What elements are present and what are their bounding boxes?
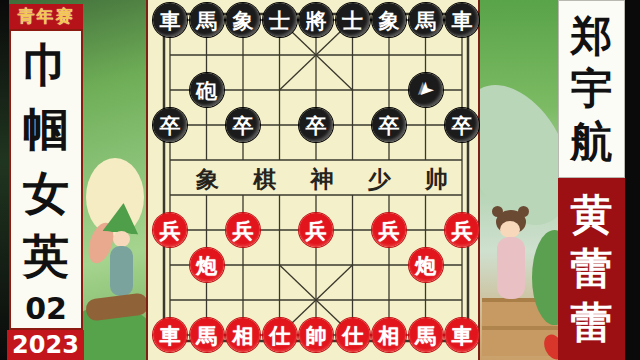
player-name-char: 郑 <box>571 13 613 59</box>
title-char: 巾 <box>23 37 69 93</box>
piece-glyph: 仕 <box>269 325 290 346</box>
piece-glyph: 馬 <box>415 10 436 31</box>
river-char: 棋 <box>253 164 276 195</box>
cartoon-girl-right-body <box>497 237 525 299</box>
piece-black-soldier: 卒 <box>226 108 260 142</box>
left-edge-bar <box>0 0 9 360</box>
piece-glyph: 砲 <box>196 80 217 101</box>
piece-black-cannon: 砲 <box>190 73 224 107</box>
piece-glyph: ➤ <box>413 78 438 103</box>
piece-black-cannon-cursor: ➤ <box>409 73 443 107</box>
piece-red-soldier: 兵 <box>153 213 187 247</box>
cartoon-girl-right-face <box>500 221 520 238</box>
river-char: 神 <box>311 164 334 195</box>
piece-glyph: 士 <box>342 10 363 31</box>
piece-black-horse: 馬 <box>409 3 443 37</box>
player-name-char: 宇 <box>571 66 613 112</box>
piece-red-general: 帥 <box>299 318 333 352</box>
tournament-banner-label: 青年赛 <box>18 5 75 28</box>
piece-red-advisor: 仕 <box>263 318 297 352</box>
piece-glyph: 象 <box>379 10 400 31</box>
piece-glyph: 兵 <box>160 220 181 241</box>
piece-black-chariot: 車 <box>153 3 187 37</box>
piece-glyph: 兵 <box>233 220 254 241</box>
piece-black-soldier: 卒 <box>153 108 187 142</box>
piece-glyph: 卒 <box>452 115 473 136</box>
piece-glyph: 仕 <box>342 325 363 346</box>
piece-glyph: 炮 <box>415 255 436 276</box>
player-name-char: 航 <box>571 119 613 165</box>
piece-black-advisor: 士 <box>263 3 297 37</box>
right-edge-bar <box>625 0 640 360</box>
cartoon-girl-left-face <box>113 231 130 247</box>
episode-number: 02 <box>25 292 67 326</box>
piece-black-elephant: 象 <box>226 3 260 37</box>
piece-black-elephant: 象 <box>372 3 406 37</box>
player-name-top-strip: 郑 宇 航 <box>558 0 625 178</box>
piece-glyph: 將 <box>306 10 327 31</box>
piece-red-chariot: 車 <box>153 318 187 352</box>
piece-glyph: 象 <box>233 10 254 31</box>
piece-black-general: 將 <box>299 3 333 37</box>
piece-red-elephant: 相 <box>372 318 406 352</box>
piece-red-soldier: 兵 <box>299 213 333 247</box>
piece-glyph: 馬 <box>415 325 436 346</box>
cartoon-girl-left-body <box>110 246 133 296</box>
piece-glyph: 士 <box>269 10 290 31</box>
piece-red-cannon: 炮 <box>190 248 224 282</box>
title-char: 帼 <box>23 101 69 157</box>
player-name-char: 蕾 <box>571 300 613 346</box>
piece-black-chariot: 車 <box>445 3 479 37</box>
left-title-strip: 巾 帼 女 英 02 <box>9 29 83 330</box>
piece-glyph: 兵 <box>452 220 473 241</box>
title-char: 女 <box>23 165 69 221</box>
piece-glyph: 炮 <box>196 255 217 276</box>
river-char: 少 <box>368 164 391 195</box>
piece-glyph: 卒 <box>233 115 254 136</box>
piece-red-horse: 馬 <box>190 318 224 352</box>
piece-red-soldier: 兵 <box>226 213 260 247</box>
river-char: 帅 <box>425 164 448 195</box>
thumbnail-stage: 青年赛 巾 帼 女 英 02 2023 象 棋 神 少 帅 <box>0 0 640 360</box>
piece-red-horse: 馬 <box>409 318 443 352</box>
piece-glyph: 卒 <box>160 115 181 136</box>
player-name-bottom-strip: 黄 蕾 蕾 <box>558 178 625 360</box>
piece-glyph: 兵 <box>379 220 400 241</box>
piece-glyph: 馬 <box>196 325 217 346</box>
piece-glyph: 馬 <box>196 10 217 31</box>
piece-black-soldier: 卒 <box>299 108 333 142</box>
year-label: 2023 <box>12 331 79 359</box>
piece-red-soldier: 兵 <box>372 213 406 247</box>
piece-glyph: 車 <box>452 325 473 346</box>
tournament-banner: 青年赛 <box>9 4 83 29</box>
piece-glyph: 車 <box>452 10 473 31</box>
board-right-border <box>478 0 480 360</box>
title-char: 英 <box>23 228 69 284</box>
piece-red-soldier: 兵 <box>445 213 479 247</box>
piece-glyph: 卒 <box>379 115 400 136</box>
player-name-char: 蕾 <box>571 246 613 292</box>
piece-red-chariot: 車 <box>445 318 479 352</box>
piece-red-elephant: 相 <box>226 318 260 352</box>
piece-black-advisor: 士 <box>336 3 370 37</box>
piece-glyph: 車 <box>160 10 181 31</box>
river-text: 象 棋 神 少 帅 <box>196 164 448 195</box>
piece-glyph: 兵 <box>306 220 327 241</box>
piece-glyph: 帥 <box>306 325 327 346</box>
xiangqi-board: 象 棋 神 少 帅 車馬象士將士象馬車砲➤卒卒卒卒卒兵兵兵兵兵炮炮車馬相仕帥仕相… <box>148 0 478 360</box>
player-name-char: 黄 <box>571 192 613 238</box>
piece-glyph: 卒 <box>306 115 327 136</box>
piece-black-horse: 馬 <box>190 3 224 37</box>
river-char: 象 <box>196 164 219 195</box>
piece-glyph: 相 <box>379 325 400 346</box>
piece-glyph: 車 <box>160 325 181 346</box>
piece-glyph: 相 <box>233 325 254 346</box>
piece-black-soldier: 卒 <box>445 108 479 142</box>
piece-black-soldier: 卒 <box>372 108 406 142</box>
piece-red-advisor: 仕 <box>336 318 370 352</box>
piece-red-cannon: 炮 <box>409 248 443 282</box>
year-badge: 2023 <box>7 330 84 360</box>
